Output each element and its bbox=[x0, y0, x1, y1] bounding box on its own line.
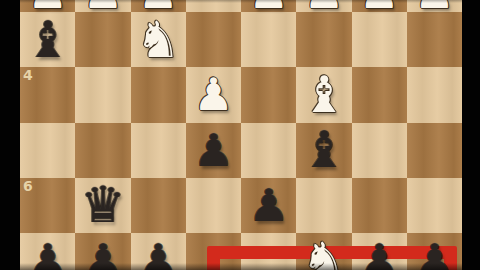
square-c5[interactable]: ♝ bbox=[296, 123, 351, 178]
square-e4[interactable]: ♟ bbox=[186, 67, 241, 122]
square-f3[interactable]: ♞ bbox=[131, 12, 186, 67]
square-c6[interactable] bbox=[296, 178, 351, 233]
bottom-vignette bbox=[20, 263, 462, 270]
square-g6[interactable]: ♛ bbox=[75, 178, 130, 233]
square-e3[interactable] bbox=[186, 12, 241, 67]
square-f4[interactable] bbox=[131, 67, 186, 122]
square-g5[interactable] bbox=[75, 123, 130, 178]
square-a4[interactable] bbox=[407, 67, 462, 122]
square-h3[interactable]: ♝ bbox=[20, 12, 75, 67]
square-a3[interactable] bbox=[407, 12, 462, 67]
white-pawn-e4[interactable]: ♟ bbox=[193, 72, 233, 117]
square-e6[interactable] bbox=[186, 178, 241, 233]
square-a5[interactable] bbox=[407, 123, 462, 178]
black-bishop-c5[interactable]: ♝ bbox=[301, 125, 346, 175]
square-a6[interactable] bbox=[407, 178, 462, 233]
square-b4[interactable] bbox=[352, 67, 407, 122]
square-c3[interactable] bbox=[296, 12, 351, 67]
black-pawn-e5[interactable]: ♟ bbox=[193, 128, 233, 173]
white-bishop-c4[interactable]: ♝ bbox=[301, 70, 346, 120]
letterbox-left bbox=[0, 0, 20, 270]
square-g3[interactable] bbox=[75, 12, 130, 67]
square-g4[interactable] bbox=[75, 67, 130, 122]
square-d3[interactable] bbox=[241, 12, 296, 67]
square-b6[interactable] bbox=[352, 178, 407, 233]
rank-label-6: 6 bbox=[23, 179, 33, 193]
black-queen-g6[interactable]: ♛ bbox=[80, 180, 125, 230]
square-b5[interactable] bbox=[352, 123, 407, 178]
black-pawn-d6[interactable]: ♟ bbox=[248, 183, 288, 228]
square-h6[interactable]: 6 bbox=[20, 178, 75, 233]
letterbox-right bbox=[462, 0, 480, 270]
square-h4[interactable]: 4 bbox=[20, 67, 75, 122]
square-c4[interactable]: ♝ bbox=[296, 67, 351, 122]
square-f5[interactable] bbox=[131, 123, 186, 178]
square-d4[interactable] bbox=[241, 67, 296, 122]
square-d6[interactable]: ♟ bbox=[241, 178, 296, 233]
square-b3[interactable] bbox=[352, 12, 407, 67]
chess-app-screenshot: ♟♟♟♟♟♟♟♝♞4♟♝♟♝6♛♟♟♟♟♞♟♟ bbox=[0, 0, 480, 270]
rank-label-4: 4 bbox=[23, 68, 33, 82]
white-knight-f3[interactable]: ♞ bbox=[136, 15, 181, 65]
square-d5[interactable] bbox=[241, 123, 296, 178]
black-bishop-h3[interactable]: ♝ bbox=[25, 15, 70, 65]
square-h5[interactable] bbox=[20, 123, 75, 178]
square-e5[interactable]: ♟ bbox=[186, 123, 241, 178]
square-f6[interactable] bbox=[131, 178, 186, 233]
top-vignette bbox=[20, 0, 462, 3]
chess-board: ♟♟♟♟♟♟♟♝♞4♟♝♟♝6♛♟♟♟♟♞♟♟ bbox=[20, 0, 462, 270]
